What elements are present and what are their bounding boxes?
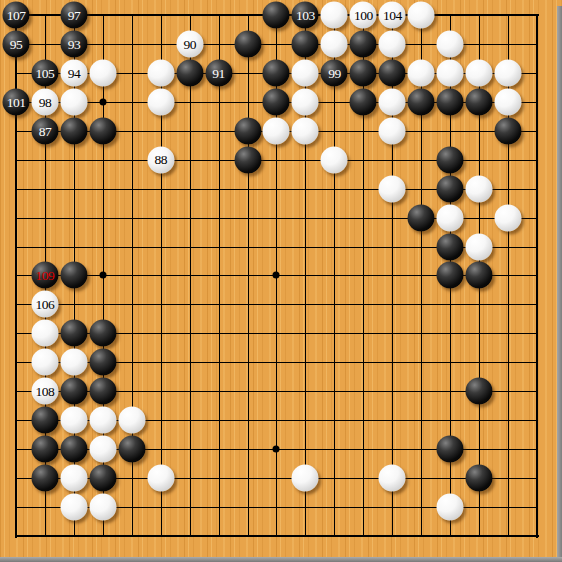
stone-black: 95 bbox=[3, 30, 30, 57]
stone-black bbox=[263, 2, 290, 29]
stone-black: 103 bbox=[292, 2, 319, 29]
stone-white: 90 bbox=[176, 30, 203, 57]
stone-white bbox=[292, 59, 319, 86]
stone-white bbox=[321, 30, 348, 57]
move-number-label: 97 bbox=[68, 8, 81, 22]
stone-black bbox=[118, 436, 145, 463]
stone-black bbox=[408, 88, 435, 115]
grid-line-horizontal bbox=[16, 535, 539, 537]
stone-white bbox=[495, 59, 522, 86]
stone-black: 87 bbox=[31, 117, 58, 144]
move-number-label: 87 bbox=[39, 124, 52, 138]
stone-white bbox=[437, 59, 464, 86]
stone-white: 108 bbox=[31, 378, 58, 405]
stone-black bbox=[466, 465, 493, 492]
stone-black bbox=[89, 465, 116, 492]
stone-black bbox=[60, 262, 87, 289]
stone-black bbox=[89, 320, 116, 347]
stone-white bbox=[408, 59, 435, 86]
stone-white bbox=[379, 30, 406, 57]
stone-white bbox=[89, 436, 116, 463]
stone-black bbox=[89, 349, 116, 376]
move-number-label: 94 bbox=[68, 66, 81, 80]
stone-white bbox=[379, 175, 406, 202]
stone-white bbox=[89, 494, 116, 521]
stone-white: 94 bbox=[60, 59, 87, 86]
stone-white bbox=[466, 233, 493, 260]
stone-black bbox=[31, 465, 58, 492]
stone-black bbox=[437, 233, 464, 260]
stone-white bbox=[321, 2, 348, 29]
stone-black bbox=[176, 59, 203, 86]
stone-black bbox=[350, 88, 377, 115]
stone-black bbox=[437, 262, 464, 289]
stone-black bbox=[437, 436, 464, 463]
stone-white: 88 bbox=[147, 146, 174, 173]
move-number-label: 98 bbox=[39, 95, 52, 109]
stone-black: 107 bbox=[3, 2, 30, 29]
stone-black bbox=[89, 378, 116, 405]
stone-black: 97 bbox=[60, 2, 87, 29]
board-edge-right bbox=[557, 6, 562, 562]
stone-black bbox=[495, 117, 522, 144]
stone-white bbox=[292, 465, 319, 492]
stone-black bbox=[263, 59, 290, 86]
move-number-label: 104 bbox=[383, 8, 402, 22]
stone-black bbox=[60, 378, 87, 405]
stone-white bbox=[60, 349, 87, 376]
grid-line-horizontal bbox=[16, 304, 538, 305]
star-point bbox=[273, 446, 280, 453]
stone-white bbox=[31, 349, 58, 376]
stone-black: 101 bbox=[3, 88, 30, 115]
stone-black bbox=[234, 146, 261, 173]
board-edge-bottom bbox=[0, 557, 562, 562]
move-number-label: 88 bbox=[154, 153, 167, 167]
stone-black: 109 bbox=[31, 262, 58, 289]
stone-black bbox=[234, 117, 261, 144]
move-number-label: 90 bbox=[183, 37, 196, 51]
stone-black bbox=[350, 30, 377, 57]
stone-black bbox=[437, 88, 464, 115]
move-number-label: 100 bbox=[354, 8, 373, 22]
stone-black bbox=[466, 88, 493, 115]
stone-black bbox=[379, 59, 406, 86]
stone-white bbox=[321, 146, 348, 173]
move-number-label: 99 bbox=[328, 66, 341, 80]
move-number-label: 105 bbox=[36, 66, 55, 80]
move-number-label: 108 bbox=[36, 385, 55, 399]
stone-white bbox=[292, 88, 319, 115]
stone-white bbox=[437, 30, 464, 57]
star-point bbox=[273, 272, 280, 279]
last-move-number-label: 109 bbox=[36, 269, 55, 283]
stone-white bbox=[437, 494, 464, 521]
stone-white bbox=[60, 465, 87, 492]
stone-white: 98 bbox=[31, 88, 58, 115]
stone-black: 105 bbox=[31, 59, 58, 86]
stone-white bbox=[379, 465, 406, 492]
stone-white bbox=[408, 2, 435, 29]
stone-black bbox=[408, 204, 435, 231]
stone-white bbox=[263, 117, 290, 144]
stone-black bbox=[466, 378, 493, 405]
stone-black bbox=[89, 117, 116, 144]
stone-white: 104 bbox=[379, 2, 406, 29]
stone-black bbox=[234, 30, 261, 57]
stone-black bbox=[292, 30, 319, 57]
stone-white: 106 bbox=[31, 291, 58, 318]
stone-black: 91 bbox=[205, 59, 232, 86]
stone-black bbox=[60, 436, 87, 463]
stone-black bbox=[437, 146, 464, 173]
move-number-label: 95 bbox=[10, 37, 23, 51]
move-number-label: 93 bbox=[68, 37, 81, 51]
stone-white bbox=[31, 320, 58, 347]
move-number-label: 107 bbox=[7, 8, 26, 22]
stone-white bbox=[437, 204, 464, 231]
stone-white bbox=[118, 407, 145, 434]
stone-white bbox=[60, 88, 87, 115]
star-point bbox=[99, 98, 106, 105]
stone-black bbox=[466, 262, 493, 289]
stone-white bbox=[379, 88, 406, 115]
stone-black bbox=[437, 175, 464, 202]
stone-black bbox=[31, 436, 58, 463]
stone-white bbox=[466, 59, 493, 86]
move-number-label: 91 bbox=[212, 66, 225, 80]
stone-black bbox=[31, 407, 58, 434]
stone-white bbox=[466, 175, 493, 202]
go-board[interactable]: 1079710310010495939010594919910198878810… bbox=[0, 0, 562, 562]
stone-black bbox=[60, 320, 87, 347]
stone-white bbox=[60, 407, 87, 434]
stone-white bbox=[147, 88, 174, 115]
stone-black bbox=[263, 88, 290, 115]
star-point bbox=[99, 272, 106, 279]
stone-black: 93 bbox=[60, 30, 87, 57]
grid-line-vertical bbox=[536, 15, 538, 538]
stone-white bbox=[89, 407, 116, 434]
stone-white bbox=[495, 204, 522, 231]
move-number-label: 106 bbox=[36, 298, 55, 312]
grid-line-vertical bbox=[334, 15, 335, 537]
stone-white bbox=[89, 59, 116, 86]
stone-black bbox=[350, 59, 377, 86]
stone-white bbox=[147, 465, 174, 492]
move-number-label: 103 bbox=[296, 8, 315, 22]
stone-black: 99 bbox=[321, 59, 348, 86]
stone-white bbox=[292, 117, 319, 144]
stone-white: 100 bbox=[350, 2, 377, 29]
move-number-label: 101 bbox=[7, 95, 26, 109]
stone-white bbox=[147, 59, 174, 86]
stone-white bbox=[495, 88, 522, 115]
stone-black bbox=[60, 117, 87, 144]
stone-white bbox=[60, 494, 87, 521]
stone-white bbox=[379, 117, 406, 144]
